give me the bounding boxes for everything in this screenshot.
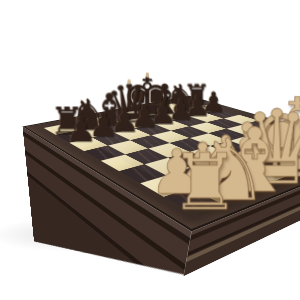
chess-set-photo: ♜♞♝♛♚♝♞♜♟♟♟♟♟♟♟♟♟♟♟♟♟♟♟♟♜♞♝♛♚♝♞♜: [0, 0, 300, 300]
chess-board: ♜♞♝♛♚♝♞♜♟♟♟♟♟♟♟♟♟♟♟♟♟♟♟♟♜♞♝♛♚♝♞♜: [22, 96, 300, 232]
